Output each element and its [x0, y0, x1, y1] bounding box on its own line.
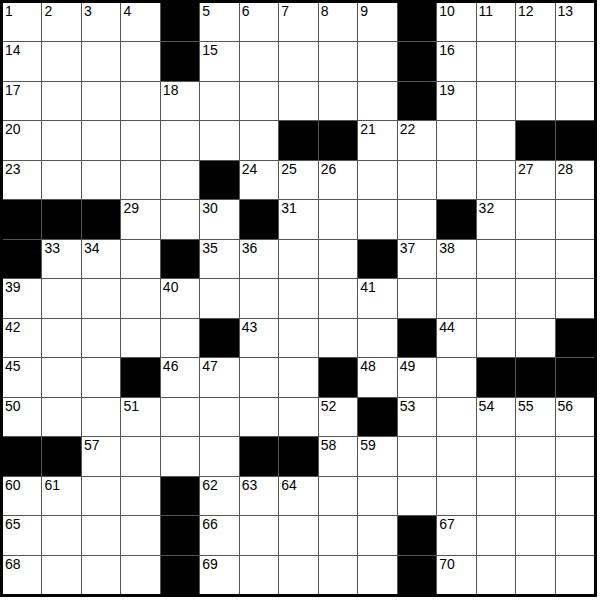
black-cell [240, 200, 278, 238]
grid-cell[interactable] [121, 82, 159, 120]
clue-number: 59 [360, 437, 376, 453]
grid-cell[interactable] [121, 556, 159, 594]
grid-cell[interactable] [240, 121, 278, 159]
grid-cell[interactable] [358, 161, 396, 199]
black-cell [161, 556, 199, 594]
grid-cell[interactable]: 2 [42, 3, 80, 41]
black-cell [42, 200, 80, 238]
clue-number: 47 [202, 358, 218, 374]
black-cell [200, 161, 238, 199]
grid-cell[interactable]: 7 [279, 3, 317, 41]
grid-cell[interactable] [556, 240, 594, 278]
grid-cell[interactable]: 42 [3, 319, 41, 357]
black-cell [82, 200, 120, 238]
grid-cell[interactable]: 37 [398, 240, 436, 278]
clue-number: 57 [84, 437, 100, 453]
grid-cell[interactable] [477, 82, 515, 120]
grid-cell[interactable]: 11 [477, 3, 515, 41]
clue-number: 28 [558, 161, 574, 177]
grid-cell[interactable] [279, 319, 317, 357]
black-cell [398, 3, 436, 41]
grid-cell[interactable]: 40 [161, 279, 199, 317]
grid-cell[interactable] [121, 319, 159, 357]
black-cell [516, 121, 554, 159]
grid-cell[interactable] [437, 358, 475, 396]
grid-cell[interactable] [398, 200, 436, 238]
grid-cell[interactable] [200, 398, 238, 436]
clue-number: 36 [242, 240, 258, 256]
grid-cell[interactable] [477, 121, 515, 159]
grid-cell[interactable] [556, 437, 594, 475]
clue-number: 38 [439, 240, 455, 256]
clue-number: 22 [400, 121, 416, 137]
grid-cell[interactable] [240, 556, 278, 594]
clue-number: 21 [360, 121, 376, 137]
clue-number: 14 [5, 42, 21, 58]
grid-cell[interactable] [161, 200, 199, 238]
black-cell [161, 516, 199, 554]
grid-cell[interactable] [279, 516, 317, 554]
grid-cell[interactable] [358, 319, 396, 357]
grid-cell[interactable] [516, 82, 554, 120]
black-cell [121, 358, 159, 396]
grid-cell[interactable] [556, 477, 594, 515]
clue-number: 48 [360, 358, 376, 374]
crossword-board: 1234567891011121314151617181920212223242… [0, 0, 597, 597]
clue-number: 39 [5, 279, 21, 295]
grid-cell[interactable] [200, 437, 238, 475]
black-cell [556, 319, 594, 357]
grid-cell[interactable] [279, 358, 317, 396]
grid-cell[interactable] [319, 477, 357, 515]
grid-cell[interactable] [358, 42, 396, 80]
clue-number: 61 [44, 477, 60, 493]
grid-cell[interactable]: 9 [358, 3, 396, 41]
grid-cell[interactable] [319, 200, 357, 238]
grid-cell[interactable] [556, 82, 594, 120]
clue-number: 3 [84, 3, 92, 19]
black-cell [477, 358, 515, 396]
clue-number: 60 [5, 477, 21, 493]
grid-cell[interactable]: 27 [516, 161, 554, 199]
grid-cell[interactable]: 20 [3, 121, 41, 159]
grid-cell[interactable] [437, 437, 475, 475]
grid-cell[interactable]: 33 [42, 240, 80, 278]
grid-cell[interactable] [161, 121, 199, 159]
grid-cell[interactable] [121, 161, 159, 199]
grid-cell[interactable] [477, 437, 515, 475]
clue-number: 42 [5, 319, 21, 335]
grid-cell[interactable] [279, 82, 317, 120]
grid-cell[interactable] [240, 279, 278, 317]
grid-cell[interactable] [82, 477, 120, 515]
grid-cell[interactable]: 35 [200, 240, 238, 278]
grid-cell[interactable] [556, 556, 594, 594]
grid-cell[interactable]: 6 [240, 3, 278, 41]
clue-number: 6 [242, 3, 250, 19]
black-cell [3, 437, 41, 475]
grid-cell[interactable]: 16 [437, 42, 475, 80]
grid-cell[interactable] [200, 279, 238, 317]
black-cell [358, 398, 396, 436]
grid-cell[interactable] [319, 319, 357, 357]
black-cell [279, 437, 317, 475]
clue-number: 18 [163, 82, 179, 98]
grid-cell[interactable] [319, 240, 357, 278]
clue-number: 32 [479, 200, 495, 216]
grid-cell[interactable] [358, 200, 396, 238]
grid-cell[interactable] [319, 516, 357, 554]
grid-cell[interactable] [279, 240, 317, 278]
grid-cell[interactable] [42, 42, 80, 80]
clue-number: 46 [163, 358, 179, 374]
grid-cell[interactable] [358, 556, 396, 594]
clue-number: 25 [281, 161, 297, 177]
grid-cell[interactable] [161, 398, 199, 436]
grid-cell[interactable]: 56 [556, 398, 594, 436]
clue-number: 40 [163, 279, 179, 295]
grid-cell[interactable] [437, 279, 475, 317]
grid-cell[interactable]: 5 [200, 3, 238, 41]
grid-cell[interactable] [398, 437, 436, 475]
grid-cell[interactable] [121, 42, 159, 80]
grid-cell[interactable] [240, 398, 278, 436]
clue-number: 44 [439, 319, 455, 335]
grid-cell[interactable] [516, 279, 554, 317]
grid-cell[interactable]: 8 [319, 3, 357, 41]
black-cell [398, 516, 436, 554]
grid-cell[interactable]: 15 [200, 42, 238, 80]
grid-cell[interactable] [516, 477, 554, 515]
grid-cell[interactable] [319, 279, 357, 317]
grid-cell[interactable] [240, 42, 278, 80]
grid-cell[interactable] [279, 42, 317, 80]
grid-cell[interactable] [477, 319, 515, 357]
grid-cell[interactable]: 51 [121, 398, 159, 436]
grid-cell[interactable] [42, 556, 80, 594]
grid-cell[interactable]: 23 [3, 161, 41, 199]
clue-number: 20 [5, 121, 21, 137]
clue-number: 16 [439, 42, 455, 58]
grid-cell[interactable]: 52 [319, 398, 357, 436]
grid-cell[interactable]: 67 [437, 516, 475, 554]
grid-cell[interactable]: 47 [200, 358, 238, 396]
grid-cell[interactable] [121, 437, 159, 475]
grid-cell[interactable] [82, 556, 120, 594]
grid-cell[interactable]: 70 [437, 556, 475, 594]
grid-cell[interactable] [82, 82, 120, 120]
clue-number: 4 [123, 3, 131, 19]
grid-cell[interactable] [240, 516, 278, 554]
grid-cell[interactable] [121, 240, 159, 278]
grid-cell[interactable] [121, 279, 159, 317]
clue-number: 66 [202, 516, 218, 532]
grid-cell[interactable] [477, 556, 515, 594]
black-cell [200, 319, 238, 357]
grid-cell[interactable]: 68 [3, 556, 41, 594]
grid-cell[interactable] [556, 42, 594, 80]
black-cell [398, 319, 436, 357]
clue-number: 13 [558, 3, 574, 19]
grid-cell[interactable]: 46 [161, 358, 199, 396]
grid-cell[interactable] [42, 82, 80, 120]
clue-number: 51 [123, 398, 139, 414]
grid-cell[interactable]: 57 [82, 437, 120, 475]
grid-cell[interactable] [279, 279, 317, 317]
clue-number: 10 [439, 3, 455, 19]
grid-cell[interactable]: 50 [3, 398, 41, 436]
clue-number: 64 [281, 477, 297, 493]
grid-cell[interactable]: 36 [240, 240, 278, 278]
grid-cell[interactable] [121, 121, 159, 159]
grid-cell[interactable]: 64 [279, 477, 317, 515]
grid-cell[interactable] [82, 161, 120, 199]
grid-cell[interactable] [477, 161, 515, 199]
grid-cell[interactable]: 59 [358, 437, 396, 475]
clue-number: 15 [202, 42, 218, 58]
grid-cell[interactable] [516, 200, 554, 238]
grid-cell[interactable] [121, 477, 159, 515]
clue-number: 67 [439, 516, 455, 532]
grid-cell[interactable] [42, 398, 80, 436]
clue-number: 8 [321, 3, 329, 19]
grid-cell[interactable]: 25 [279, 161, 317, 199]
grid-cell[interactable] [556, 516, 594, 554]
clue-number: 43 [242, 319, 258, 335]
clue-number: 12 [518, 3, 534, 19]
grid-cell[interactable]: 55 [516, 398, 554, 436]
grid-cell[interactable] [161, 437, 199, 475]
grid-cell[interactable] [516, 556, 554, 594]
clue-number: 30 [202, 200, 218, 216]
grid-cell[interactable]: 14 [3, 42, 41, 80]
clue-number: 63 [242, 477, 258, 493]
clue-number: 23 [5, 161, 21, 177]
grid-cell[interactable] [42, 516, 80, 554]
grid-cell[interactable]: 26 [319, 161, 357, 199]
grid-cell[interactable]: 24 [240, 161, 278, 199]
grid-cell[interactable]: 32 [477, 200, 515, 238]
grid-cell[interactable]: 49 [398, 358, 436, 396]
clue-number: 34 [84, 240, 100, 256]
grid-cell[interactable]: 12 [516, 3, 554, 41]
black-cell [3, 240, 41, 278]
grid-cell[interactable] [82, 319, 120, 357]
clue-number: 2 [44, 3, 52, 19]
clue-number: 27 [518, 161, 534, 177]
black-cell [437, 200, 475, 238]
grid-cell[interactable] [556, 279, 594, 317]
grid-cell[interactable] [200, 82, 238, 120]
clue-number: 9 [360, 3, 368, 19]
clue-number: 19 [439, 82, 455, 98]
black-cell [161, 240, 199, 278]
grid-cell[interactable]: 53 [398, 398, 436, 436]
black-cell [358, 240, 396, 278]
grid-cell[interactable]: 22 [398, 121, 436, 159]
clue-number: 17 [5, 82, 21, 98]
grid-cell[interactable]: 4 [121, 3, 159, 41]
grid-cell[interactable]: 1 [3, 3, 41, 41]
grid-cell[interactable]: 66 [200, 516, 238, 554]
grid-cell[interactable]: 31 [279, 200, 317, 238]
black-cell [319, 121, 357, 159]
grid-cell[interactable]: 38 [437, 240, 475, 278]
grid-cell[interactable] [516, 516, 554, 554]
grid-cell[interactable]: 19 [437, 82, 475, 120]
clue-number: 31 [281, 200, 297, 216]
grid-cell[interactable] [240, 82, 278, 120]
grid-cell[interactable] [358, 82, 396, 120]
grid-cell[interactable]: 13 [556, 3, 594, 41]
grid-cell[interactable]: 17 [3, 82, 41, 120]
clue-number: 65 [5, 516, 21, 532]
clue-number: 24 [242, 161, 258, 177]
grid-cell[interactable] [477, 42, 515, 80]
clue-number: 58 [321, 437, 337, 453]
grid-cell[interactable]: 44 [437, 319, 475, 357]
grid-cell[interactable] [358, 516, 396, 554]
grid-cell[interactable] [437, 121, 475, 159]
clue-number: 11 [479, 3, 494, 19]
grid-cell[interactable]: 54 [477, 398, 515, 436]
clue-number: 35 [202, 240, 218, 256]
grid-cell[interactable]: 60 [3, 477, 41, 515]
grid-cell[interactable] [477, 240, 515, 278]
grid-cell[interactable] [240, 358, 278, 396]
grid-cell[interactable] [279, 398, 317, 436]
grid-cell[interactable] [358, 477, 396, 515]
grid-cell[interactable]: 29 [121, 200, 159, 238]
grid-cell[interactable]: 39 [3, 279, 41, 317]
clue-number: 54 [479, 398, 495, 414]
grid-cell[interactable] [437, 161, 475, 199]
grid-cell[interactable] [82, 121, 120, 159]
black-cell [161, 42, 199, 80]
clue-number: 50 [5, 398, 21, 414]
grid-cell[interactable]: 61 [42, 477, 80, 515]
grid-cell[interactable] [398, 477, 436, 515]
black-cell [279, 121, 317, 159]
black-cell [161, 3, 199, 41]
black-cell [161, 477, 199, 515]
grid-cell[interactable]: 10 [437, 3, 475, 41]
black-cell [516, 358, 554, 396]
grid-cell[interactable] [477, 279, 515, 317]
grid-cell[interactable]: 18 [161, 82, 199, 120]
grid-cell[interactable] [82, 358, 120, 396]
grid-cell[interactable]: 58 [319, 437, 357, 475]
grid-cell[interactable] [82, 42, 120, 80]
clue-number: 68 [5, 556, 21, 572]
crossword-page: 1234567891011121314151617181920212223242… [0, 0, 600, 600]
grid-cell[interactable] [437, 477, 475, 515]
black-cell [42, 437, 80, 475]
grid-cell[interactable]: 21 [358, 121, 396, 159]
grid-cell[interactable] [556, 200, 594, 238]
clue-number: 7 [281, 3, 289, 19]
black-cell [398, 82, 436, 120]
grid-cell[interactable] [161, 319, 199, 357]
clue-number: 41 [360, 279, 376, 295]
grid-cell[interactable]: 45 [3, 358, 41, 396]
grid-cell[interactable] [42, 358, 80, 396]
grid-cell[interactable] [437, 398, 475, 436]
clue-number: 33 [44, 240, 60, 256]
grid-cell[interactable]: 63 [240, 477, 278, 515]
grid-cell[interactable] [42, 161, 80, 199]
black-cell [319, 358, 357, 396]
clue-number: 37 [400, 240, 416, 256]
grid-cell[interactable] [200, 121, 238, 159]
grid-cell[interactable] [516, 240, 554, 278]
black-cell [240, 437, 278, 475]
grid-cell[interactable] [82, 516, 120, 554]
grid-cell[interactable] [477, 516, 515, 554]
grid-cell[interactable] [516, 437, 554, 475]
grid-cell[interactable] [82, 279, 120, 317]
grid-cell[interactable] [516, 42, 554, 80]
clue-number: 45 [5, 358, 21, 374]
grid-cell[interactable]: 30 [200, 200, 238, 238]
grid-cell[interactable]: 69 [200, 556, 238, 594]
clue-number: 52 [321, 398, 337, 414]
grid-cell[interactable] [82, 398, 120, 436]
grid-cell[interactable] [398, 161, 436, 199]
clue-number: 1 [5, 3, 13, 19]
grid-cell[interactable] [398, 279, 436, 317]
grid-cell[interactable] [477, 477, 515, 515]
grid-cell[interactable]: 43 [240, 319, 278, 357]
grid-cell[interactable]: 28 [556, 161, 594, 199]
clue-number: 53 [400, 398, 416, 414]
clue-number: 69 [202, 556, 218, 572]
clue-number: 5 [202, 3, 210, 19]
grid-cell[interactable] [161, 161, 199, 199]
grid-cell[interactable]: 41 [358, 279, 396, 317]
black-cell [398, 42, 436, 80]
grid-cell[interactable] [319, 82, 357, 120]
grid-cell[interactable] [516, 319, 554, 357]
black-cell [556, 121, 594, 159]
grid-cell[interactable] [42, 319, 80, 357]
clue-number: 56 [558, 398, 574, 414]
grid-cell[interactable]: 65 [3, 516, 41, 554]
grid-cell[interactable] [319, 556, 357, 594]
grid-cell[interactable]: 3 [82, 3, 120, 41]
black-cell [398, 556, 436, 594]
grid-cell[interactable]: 34 [82, 240, 120, 278]
grid-cell[interactable] [42, 121, 80, 159]
black-cell [3, 200, 41, 238]
grid-cell[interactable]: 62 [200, 477, 238, 515]
clue-number: 55 [518, 398, 534, 414]
grid-cell[interactable] [42, 279, 80, 317]
grid-cell[interactable] [121, 516, 159, 554]
clue-number: 62 [202, 477, 218, 493]
clue-number: 29 [123, 200, 139, 216]
grid-cell[interactable] [279, 556, 317, 594]
grid-cell[interactable]: 48 [358, 358, 396, 396]
clue-number: 49 [400, 358, 416, 374]
clue-number: 26 [321, 161, 337, 177]
clue-number: 70 [439, 556, 455, 572]
grid-cell[interactable] [319, 42, 357, 80]
black-cell [556, 358, 594, 396]
